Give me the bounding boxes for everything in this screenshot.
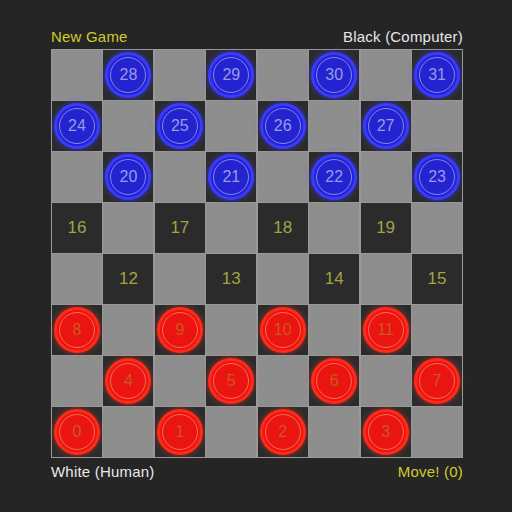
new-game-button[interactable]: New Game — [51, 28, 128, 46]
light-square — [412, 203, 462, 253]
piece-number: 11 — [377, 321, 394, 339]
light-square — [103, 305, 153, 355]
dark-square-10[interactable]: 10 — [258, 305, 308, 355]
dark-square-23[interactable]: 23 — [412, 152, 462, 202]
blue-piece-26[interactable]: 26 — [260, 103, 306, 149]
red-piece-10[interactable]: 10 — [260, 307, 306, 353]
piece-number: 4 — [124, 372, 133, 390]
dark-square-9[interactable]: 9 — [155, 305, 205, 355]
light-square — [52, 50, 102, 100]
light-square — [309, 203, 359, 253]
checkers-app: New Game Black (Computer) 28293031242526… — [0, 0, 512, 512]
square-number: 18 — [273, 218, 292, 238]
light-square — [361, 254, 411, 304]
square-number: 14 — [325, 269, 344, 289]
dark-square-25[interactable]: 25 — [155, 101, 205, 151]
light-square — [309, 101, 359, 151]
dark-square-13[interactable]: 13 — [206, 254, 256, 304]
dark-square-18[interactable]: 18 — [258, 203, 308, 253]
light-square — [155, 50, 205, 100]
red-piece-8[interactable]: 8 — [54, 307, 100, 353]
blue-piece-31[interactable]: 31 — [414, 52, 460, 98]
piece-number: 26 — [274, 117, 292, 135]
blue-piece-27[interactable]: 27 — [363, 103, 409, 149]
dark-square-2[interactable]: 2 — [258, 407, 308, 457]
piece-number: 24 — [68, 117, 86, 135]
dark-square-20[interactable]: 20 — [103, 152, 153, 202]
piece-number: 1 — [175, 423, 184, 441]
light-square — [412, 305, 462, 355]
dark-square-7[interactable]: 7 — [412, 356, 462, 406]
piece-number: 5 — [227, 372, 236, 390]
light-square — [155, 356, 205, 406]
black-player-label: Black (Computer) — [343, 28, 463, 46]
blue-piece-22[interactable]: 22 — [311, 154, 357, 200]
square-number: 15 — [428, 269, 447, 289]
piece-number: 31 — [428, 66, 446, 84]
blue-piece-29[interactable]: 29 — [208, 52, 254, 98]
piece-number: 8 — [73, 321, 82, 339]
piece-number: 10 — [274, 321, 292, 339]
red-piece-6[interactable]: 6 — [311, 358, 357, 404]
light-square — [258, 152, 308, 202]
blue-piece-23[interactable]: 23 — [414, 154, 460, 200]
piece-number: 9 — [175, 321, 184, 339]
light-square — [258, 50, 308, 100]
square-number: 19 — [376, 218, 395, 238]
square-number: 17 — [170, 218, 189, 238]
dark-square-26[interactable]: 26 — [258, 101, 308, 151]
red-piece-9[interactable]: 9 — [157, 307, 203, 353]
light-square — [361, 50, 411, 100]
blue-piece-25[interactable]: 25 — [157, 103, 203, 149]
dark-square-31[interactable]: 31 — [412, 50, 462, 100]
dark-square-4[interactable]: 4 — [103, 356, 153, 406]
piece-number: 29 — [222, 66, 240, 84]
red-piece-11[interactable]: 11 — [363, 307, 409, 353]
light-square — [361, 152, 411, 202]
red-piece-7[interactable]: 7 — [414, 358, 460, 404]
piece-number: 25 — [171, 117, 189, 135]
piece-number: 30 — [325, 66, 343, 84]
light-square — [52, 254, 102, 304]
dark-square-0[interactable]: 0 — [52, 407, 102, 457]
light-square — [309, 305, 359, 355]
piece-number: 22 — [325, 168, 343, 186]
piece-number: 3 — [381, 423, 390, 441]
piece-number: 6 — [330, 372, 339, 390]
dark-square-14[interactable]: 14 — [309, 254, 359, 304]
white-player-label: White (Human) — [51, 463, 154, 481]
dark-square-29[interactable]: 29 — [206, 50, 256, 100]
dark-square-5[interactable]: 5 — [206, 356, 256, 406]
dark-square-16[interactable]: 16 — [52, 203, 102, 253]
dark-square-28[interactable]: 28 — [103, 50, 153, 100]
blue-piece-20[interactable]: 20 — [105, 154, 151, 200]
light-square — [206, 305, 256, 355]
light-square — [206, 407, 256, 457]
piece-number: 23 — [428, 168, 446, 186]
red-piece-4[interactable]: 4 — [105, 358, 151, 404]
dark-square-24[interactable]: 24 — [52, 101, 102, 151]
light-square — [103, 101, 153, 151]
dark-square-17[interactable]: 17 — [155, 203, 205, 253]
light-square — [206, 203, 256, 253]
dark-square-27[interactable]: 27 — [361, 101, 411, 151]
dark-square-1[interactable]: 1 — [155, 407, 205, 457]
blue-piece-30[interactable]: 30 — [311, 52, 357, 98]
dark-square-21[interactable]: 21 — [206, 152, 256, 202]
light-square — [155, 152, 205, 202]
light-square — [103, 203, 153, 253]
light-square — [258, 356, 308, 406]
piece-number: 27 — [377, 117, 395, 135]
move-button[interactable]: Move! (0) — [398, 463, 463, 481]
blue-piece-24[interactable]: 24 — [54, 103, 100, 149]
piece-number: 2 — [278, 423, 287, 441]
piece-number: 20 — [120, 168, 138, 186]
light-square — [412, 101, 462, 151]
dark-square-11[interactable]: 11 — [361, 305, 411, 355]
blue-piece-28[interactable]: 28 — [105, 52, 151, 98]
light-square — [103, 407, 153, 457]
light-square — [52, 356, 102, 406]
dark-square-15[interactable]: 15 — [412, 254, 462, 304]
red-piece-0[interactable]: 0 — [54, 409, 100, 455]
blue-piece-21[interactable]: 21 — [208, 154, 254, 200]
light-square — [52, 152, 102, 202]
dark-square-12[interactable]: 12 — [103, 254, 153, 304]
light-square — [258, 254, 308, 304]
red-piece-2[interactable]: 2 — [260, 409, 306, 455]
light-square — [206, 101, 256, 151]
light-square — [361, 356, 411, 406]
red-piece-1[interactable]: 1 — [157, 409, 203, 455]
dark-square-19[interactable]: 19 — [361, 203, 411, 253]
piece-number: 21 — [222, 168, 240, 186]
dark-square-6[interactable]: 6 — [309, 356, 359, 406]
piece-number: 0 — [73, 423, 82, 441]
piece-number: 7 — [433, 372, 442, 390]
dark-square-3[interactable]: 3 — [361, 407, 411, 457]
dark-square-22[interactable]: 22 — [309, 152, 359, 202]
square-number: 13 — [222, 269, 241, 289]
dark-square-8[interactable]: 8 — [52, 305, 102, 355]
red-piece-3[interactable]: 3 — [363, 409, 409, 455]
checkers-board: 2829303124252627202122231617181912131415… — [51, 49, 463, 458]
piece-number: 28 — [120, 66, 138, 84]
square-number: 16 — [68, 218, 87, 238]
light-square — [155, 254, 205, 304]
square-number: 12 — [119, 269, 138, 289]
light-square — [309, 407, 359, 457]
dark-square-30[interactable]: 30 — [309, 50, 359, 100]
light-square — [412, 407, 462, 457]
red-piece-5[interactable]: 5 — [208, 358, 254, 404]
